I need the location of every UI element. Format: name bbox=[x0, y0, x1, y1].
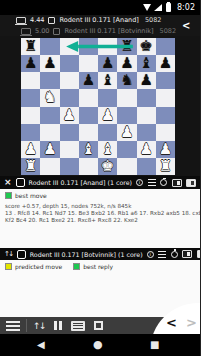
square-c4[interactable]: ♟ bbox=[60, 107, 79, 124]
square-c6[interactable] bbox=[60, 72, 79, 89]
square-a7[interactable]: ♟ bbox=[21, 55, 40, 72]
toolbar-divider bbox=[26, 319, 27, 332]
engine-row-black[interactable]: 5.00 Rodent III 0.171 [Botvinnik] 5082 bbox=[0, 26, 176, 36]
stop-button[interactable] bbox=[94, 321, 103, 330]
square-c7[interactable] bbox=[60, 55, 79, 72]
best-move-swatch bbox=[5, 192, 12, 199]
square-e8[interactable] bbox=[98, 38, 117, 55]
square-a5[interactable] bbox=[21, 89, 40, 106]
prev-move-button[interactable]: < bbox=[176, 20, 196, 31]
square-e7[interactable]: ♟ bbox=[98, 55, 117, 72]
board-icon bbox=[53, 28, 60, 35]
status-bar: 8:02 bbox=[0, 0, 200, 15]
square-e6[interactable]: ♝ bbox=[98, 72, 117, 89]
square-h2[interactable]: ♟ bbox=[156, 141, 175, 158]
square-b3[interactable] bbox=[40, 124, 59, 141]
square-b7[interactable]: ♟ bbox=[40, 55, 59, 72]
square-g4[interactable] bbox=[137, 107, 156, 124]
engine-panel-bar-1: × Rodent III 0.171 [Anand] (1 core) i bbox=[0, 176, 200, 189]
nav-recents-button[interactable]: ■ bbox=[150, 339, 159, 350]
card-icon[interactable] bbox=[172, 179, 182, 187]
square-f6[interactable]: ♞ bbox=[117, 72, 136, 89]
square-e5[interactable] bbox=[98, 89, 117, 106]
app-screen: 8:02 4.44 Rodent III 0.171 [Anand] 5082 … bbox=[0, 0, 200, 356]
square-c3[interactable] bbox=[60, 124, 79, 141]
black-pawn-b7: ♟ bbox=[43, 56, 56, 71]
square-c8[interactable] bbox=[60, 38, 79, 55]
android-navbar: ◀ ● ■ bbox=[0, 334, 200, 356]
square-b4[interactable] bbox=[40, 107, 59, 124]
square-d5[interactable] bbox=[79, 89, 98, 106]
square-c2[interactable] bbox=[60, 141, 79, 158]
square-g6[interactable]: ♟ bbox=[137, 72, 156, 89]
legend-label: predicted move bbox=[15, 263, 62, 270]
square-a3[interactable] bbox=[21, 124, 40, 141]
engine-output-panel-1: best move score +0.57, depth 15, nodes 7… bbox=[0, 189, 200, 248]
stopwatch-icon[interactable] bbox=[160, 179, 167, 186]
square-h4[interactable] bbox=[156, 107, 175, 124]
computer-icon bbox=[21, 28, 31, 35]
black-rook-a8: ♜ bbox=[24, 39, 37, 54]
white-knight-b5: ♞ bbox=[43, 90, 56, 105]
square-d3[interactable] bbox=[79, 124, 98, 141]
chess-board[interactable]: ♜♜♚♟♟♟♟♝♟♟♝♞♟♞♟♟♟♟♟♝♝♟♟♜♚♜ bbox=[21, 38, 175, 175]
best-reply-swatch bbox=[73, 263, 80, 270]
engine-output-panel-2: predicted move best reply bbox=[0, 260, 200, 317]
white-pawn-f3: ♟ bbox=[120, 125, 133, 140]
card-icon-active[interactable] bbox=[186, 179, 196, 187]
black-pawn-g6: ♟ bbox=[139, 73, 152, 88]
white-pawn-a2: ♟ bbox=[24, 142, 37, 157]
engine-row-white[interactable]: 4.44 Rodent III 0.171 [Anand] 5082 bbox=[0, 15, 176, 25]
white-pawn-c4: ♟ bbox=[62, 108, 75, 123]
square-d6[interactable]: ♟ bbox=[79, 72, 98, 89]
engine-clock: 5.00 bbox=[35, 27, 49, 35]
white-king-e1: ♚ bbox=[101, 159, 114, 174]
square-g1[interactable] bbox=[137, 158, 156, 175]
legend-label: best move bbox=[15, 192, 47, 199]
square-h3[interactable] bbox=[156, 124, 175, 141]
info-icon[interactable]: i bbox=[147, 251, 154, 258]
square-f8[interactable]: ♜ bbox=[117, 38, 136, 55]
square-b2[interactable]: ♟ bbox=[40, 141, 59, 158]
square-d7[interactable] bbox=[79, 55, 98, 72]
black-pawn-h7: ♟ bbox=[159, 56, 172, 71]
square-g7[interactable]: ♝ bbox=[137, 55, 156, 72]
square-h5[interactable] bbox=[156, 89, 175, 106]
board-area: ♜♜♚♟♟♟♟♝♟♟♝♞♟♞♟♟♟♟♟♝♝♟♟♜♚♜ bbox=[0, 36, 200, 176]
square-g2[interactable]: ♟ bbox=[137, 141, 156, 158]
square-e3[interactable] bbox=[98, 124, 117, 141]
square-a2[interactable]: ♟ bbox=[21, 141, 40, 158]
engine-clock: 4.44 bbox=[30, 16, 44, 24]
engine-header: 4.44 Rodent III 0.171 [Anand] 5082 5.00 … bbox=[0, 15, 200, 36]
updown-moves-button[interactable]: ↑↓ bbox=[33, 321, 45, 331]
square-g8[interactable]: ♚ bbox=[137, 38, 156, 55]
black-pawn-e7: ♟ bbox=[101, 56, 114, 71]
legend-label: best reply bbox=[83, 263, 113, 270]
engine-output-line: score +0.57, depth 15, nodes 752k, n/s 8… bbox=[5, 203, 200, 210]
black-bishop-g7: ♝ bbox=[139, 56, 152, 71]
engine-output-line: 13 . Rfc8 14. Rc1 Nd7 15. Be3 Bxb2 16. R… bbox=[5, 210, 200, 217]
black-king-g8: ♚ bbox=[139, 39, 152, 54]
black-bishop-e6: ♝ bbox=[101, 73, 114, 88]
next-move-button[interactable]: > bbox=[197, 20, 201, 31]
stopwatch-icon[interactable] bbox=[171, 251, 178, 258]
fab-prev-button[interactable]: < bbox=[166, 315, 177, 330]
white-pawn-b2: ♟ bbox=[43, 142, 56, 157]
engine-name: Rodent III 0.171 [Anand] bbox=[59, 16, 138, 24]
square-h8[interactable] bbox=[156, 38, 175, 55]
square-d8[interactable] bbox=[79, 38, 98, 55]
card-icon[interactable] bbox=[182, 250, 192, 258]
board-thumb-icon[interactable] bbox=[16, 178, 25, 187]
signal-icon bbox=[154, 4, 162, 11]
fab-next-button[interactable]: > bbox=[186, 315, 197, 330]
computer-icon bbox=[16, 17, 26, 24]
square-f1[interactable] bbox=[117, 158, 136, 175]
square-e1[interactable]: ♚ bbox=[98, 158, 117, 175]
white-pawn-g2: ♟ bbox=[139, 142, 152, 157]
black-pawn-a7: ♟ bbox=[24, 56, 37, 71]
status-time: 8:02 bbox=[177, 3, 195, 12]
square-f4[interactable] bbox=[117, 107, 136, 124]
square-f7[interactable]: ♟ bbox=[117, 55, 136, 72]
square-b1[interactable] bbox=[40, 158, 59, 175]
engine-panel-bar-2: ↑↓ Rodent III 0.171 [Botvinnik] (1 core)… bbox=[0, 248, 200, 260]
white-rook-h1: ♜ bbox=[159, 159, 172, 174]
square-d1[interactable] bbox=[79, 158, 98, 175]
black-rook-f8: ♜ bbox=[120, 39, 133, 54]
white-pawn-e4: ♟ bbox=[101, 108, 114, 123]
square-h7[interactable]: ♟ bbox=[156, 55, 175, 72]
square-f3[interactable]: ♟ bbox=[117, 124, 136, 141]
white-bishop-e2: ♝ bbox=[101, 142, 114, 157]
engine-value: 5082 bbox=[160, 27, 177, 35]
square-b8[interactable] bbox=[40, 38, 59, 55]
square-f2[interactable] bbox=[117, 141, 136, 158]
square-e4[interactable]: ♟ bbox=[98, 107, 117, 124]
square-d4[interactable] bbox=[79, 107, 98, 124]
square-c1[interactable] bbox=[60, 158, 79, 175]
white-rook-a1: ♜ bbox=[24, 159, 37, 174]
black-pawn-d6: ♟ bbox=[82, 73, 95, 88]
swap-arrows-icon[interactable]: ↑↓ bbox=[4, 251, 13, 258]
nav-home-button[interactable]: ● bbox=[93, 338, 103, 351]
pause-button[interactable] bbox=[54, 321, 62, 330]
square-f5[interactable] bbox=[117, 89, 136, 106]
wifi-icon bbox=[143, 4, 151, 11]
square-h1[interactable]: ♜ bbox=[156, 158, 175, 175]
square-b5[interactable]: ♞ bbox=[40, 89, 59, 106]
engine-panel-title: Rodent III 0.171 [Anand] (1 core) bbox=[29, 179, 133, 186]
square-g5[interactable] bbox=[137, 89, 156, 106]
menu-button[interactable] bbox=[6, 321, 20, 331]
engine-value: 5082 bbox=[145, 16, 162, 24]
square-a6[interactable] bbox=[21, 72, 40, 89]
square-a1[interactable]: ♜ bbox=[21, 158, 40, 175]
black-pawn-f7: ♟ bbox=[120, 56, 133, 71]
nav-back-button[interactable]: ◀ bbox=[37, 339, 45, 350]
square-d2[interactable]: ♝ bbox=[79, 141, 98, 158]
list-icon[interactable] bbox=[148, 179, 156, 186]
black-knight-f6: ♞ bbox=[120, 73, 133, 88]
square-a8[interactable]: ♜ bbox=[21, 38, 40, 55]
square-e2[interactable]: ♝ bbox=[98, 141, 117, 158]
list-icon[interactable] bbox=[158, 251, 166, 258]
card-icon-active[interactable] bbox=[197, 250, 200, 258]
predicted-move-swatch bbox=[5, 263, 12, 270]
engine-panel-title: Rodent III 0.171 [Botvinnik] (1 core) bbox=[30, 251, 143, 258]
square-a4[interactable] bbox=[21, 107, 40, 124]
square-g3[interactable] bbox=[137, 124, 156, 141]
board-thumb-icon[interactable] bbox=[17, 250, 26, 259]
white-bishop-d2: ♝ bbox=[82, 142, 95, 157]
square-c5[interactable] bbox=[60, 89, 79, 106]
square-b6[interactable] bbox=[40, 72, 59, 89]
white-pawn-h2: ♟ bbox=[159, 142, 172, 157]
engine-output-line: Kf2 Bc4 20. Rc1 Bxe2 21. Rxc8+ Rxc8 22. … bbox=[5, 217, 200, 224]
board-icon bbox=[48, 17, 55, 24]
engine-console-button[interactable] bbox=[71, 321, 85, 331]
square-h6[interactable] bbox=[156, 72, 175, 89]
info-icon[interactable]: i bbox=[136, 179, 143, 186]
close-icon[interactable]: × bbox=[4, 178, 12, 187]
engine-name: Rodent III 0.171 [Botvinnik] bbox=[64, 27, 153, 35]
battery-icon bbox=[166, 3, 171, 12]
